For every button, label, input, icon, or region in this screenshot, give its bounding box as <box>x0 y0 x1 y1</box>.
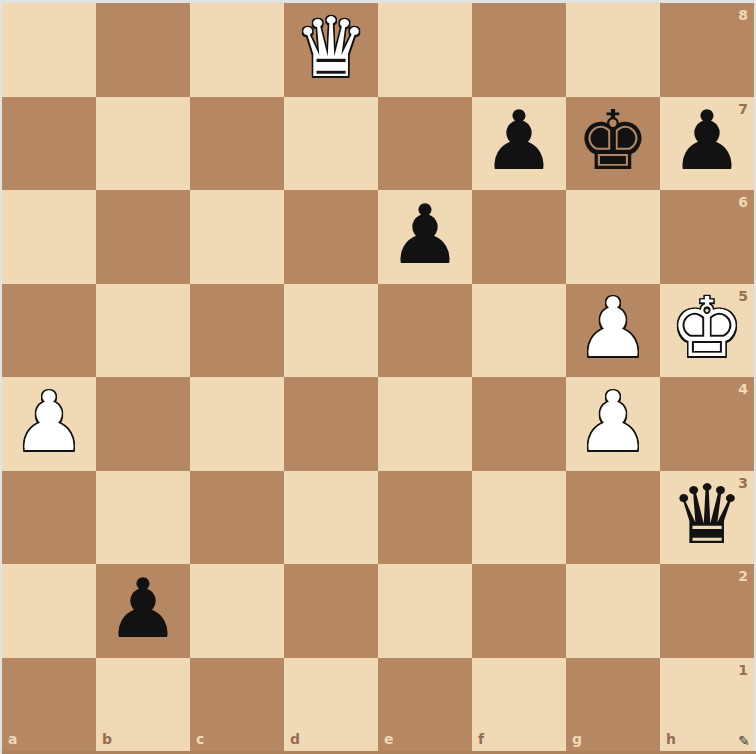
square-b8[interactable] <box>96 3 190 97</box>
square-g1[interactable]: g <box>566 658 660 752</box>
square-a4[interactable]: ♟ <box>2 377 96 471</box>
square-c7[interactable] <box>190 97 284 191</box>
rank-label-3: 3 <box>738 476 748 490</box>
square-d8[interactable]: ♛ <box>284 3 378 97</box>
square-b6[interactable] <box>96 190 190 284</box>
square-b3[interactable] <box>96 471 190 565</box>
square-a5[interactable] <box>2 284 96 378</box>
rank-label-2: 2 <box>738 569 748 583</box>
square-c1[interactable]: c <box>190 658 284 752</box>
square-e1[interactable]: e <box>378 658 472 752</box>
square-f6[interactable] <box>472 190 566 284</box>
piece-black-pawn[interactable]: ♟ <box>388 194 462 276</box>
piece-white-pawn[interactable]: ♟ <box>576 381 650 463</box>
square-e2[interactable] <box>378 564 472 658</box>
square-h5[interactable]: 5♚ <box>660 284 754 378</box>
square-g2[interactable] <box>566 564 660 658</box>
square-d6[interactable] <box>284 190 378 284</box>
square-d5[interactable] <box>284 284 378 378</box>
square-b4[interactable] <box>96 377 190 471</box>
square-h8[interactable]: 8 <box>660 3 754 97</box>
square-c4[interactable] <box>190 377 284 471</box>
square-a1[interactable]: a <box>2 658 96 752</box>
square-d7[interactable] <box>284 97 378 191</box>
square-d3[interactable] <box>284 471 378 565</box>
square-f5[interactable] <box>472 284 566 378</box>
piece-black-pawn[interactable]: ♟ <box>482 100 556 182</box>
square-a3[interactable] <box>2 471 96 565</box>
square-h6[interactable]: 6 <box>660 190 754 284</box>
chess-app-page: ♛8♟♚7♟♟6♟5♚♟♟43♛♟2abcdefg1h✎ <box>0 0 756 754</box>
chess-board: ♛8♟♚7♟♟6♟5♚♟♟43♛♟2abcdefg1h✎ <box>2 3 754 751</box>
square-d2[interactable] <box>284 564 378 658</box>
piece-white-pawn[interactable]: ♟ <box>12 381 86 463</box>
square-g5[interactable]: ♟ <box>566 284 660 378</box>
square-h7[interactable]: 7♟ <box>660 97 754 191</box>
piece-white-pawn[interactable]: ♟ <box>576 287 650 369</box>
file-label-c: c <box>196 732 204 746</box>
square-b5[interactable] <box>96 284 190 378</box>
square-a8[interactable] <box>2 3 96 97</box>
square-h3[interactable]: 3♛ <box>660 471 754 565</box>
square-h4[interactable]: 4 <box>660 377 754 471</box>
rank-label-7: 7 <box>738 102 748 116</box>
file-label-h: h <box>666 732 676 746</box>
square-e6[interactable]: ♟ <box>378 190 472 284</box>
rank-label-4: 4 <box>738 382 748 396</box>
file-label-e: e <box>384 732 394 746</box>
square-f2[interactable] <box>472 564 566 658</box>
rank-label-1: 1 <box>738 663 748 677</box>
square-h1[interactable]: 1h✎ <box>660 658 754 752</box>
square-c5[interactable] <box>190 284 284 378</box>
piece-black-pawn[interactable]: ♟ <box>670 100 744 182</box>
file-label-a: a <box>8 732 17 746</box>
edit-board-icon[interactable]: ✎ <box>738 734 750 748</box>
square-c6[interactable] <box>190 190 284 284</box>
square-h2[interactable]: 2 <box>660 564 754 658</box>
square-e5[interactable] <box>378 284 472 378</box>
square-g8[interactable] <box>566 3 660 97</box>
square-f7[interactable]: ♟ <box>472 97 566 191</box>
piece-black-king[interactable]: ♚ <box>576 100 650 182</box>
square-c8[interactable] <box>190 3 284 97</box>
file-label-b: b <box>102 732 112 746</box>
square-b2[interactable]: ♟ <box>96 564 190 658</box>
square-g3[interactable] <box>566 471 660 565</box>
rank-label-6: 6 <box>738 195 748 209</box>
square-g7[interactable]: ♚ <box>566 97 660 191</box>
square-g6[interactable] <box>566 190 660 284</box>
square-b7[interactable] <box>96 97 190 191</box>
square-f1[interactable]: f <box>472 658 566 752</box>
piece-white-queen[interactable]: ♛ <box>294 7 368 89</box>
square-d4[interactable] <box>284 377 378 471</box>
square-f3[interactable] <box>472 471 566 565</box>
piece-white-king[interactable]: ♚ <box>670 287 744 369</box>
square-e3[interactable] <box>378 471 472 565</box>
file-label-f: f <box>478 732 484 746</box>
square-c3[interactable] <box>190 471 284 565</box>
piece-black-queen[interactable]: ♛ <box>670 474 744 556</box>
square-a6[interactable] <box>2 190 96 284</box>
square-c2[interactable] <box>190 564 284 658</box>
square-e4[interactable] <box>378 377 472 471</box>
file-label-g: g <box>572 732 582 746</box>
square-f8[interactable] <box>472 3 566 97</box>
square-a2[interactable] <box>2 564 96 658</box>
square-e7[interactable] <box>378 97 472 191</box>
rank-label-5: 5 <box>738 289 748 303</box>
square-f4[interactable] <box>472 377 566 471</box>
square-e8[interactable] <box>378 3 472 97</box>
square-d1[interactable]: d <box>284 658 378 752</box>
square-b1[interactable]: b <box>96 658 190 752</box>
piece-black-pawn[interactable]: ♟ <box>106 568 180 650</box>
square-a7[interactable] <box>2 97 96 191</box>
square-g4[interactable]: ♟ <box>566 377 660 471</box>
file-label-d: d <box>290 732 300 746</box>
rank-label-8: 8 <box>738 8 748 22</box>
